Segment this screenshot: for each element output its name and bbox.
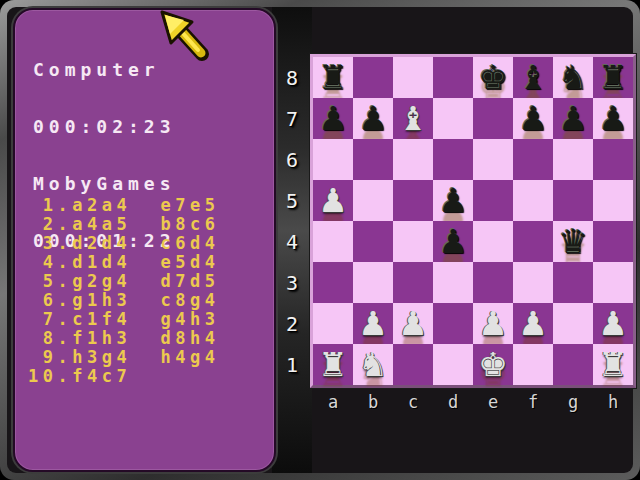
square-g4[interactable]: ♛ <box>553 221 593 262</box>
white-piece: ♟ <box>358 303 388 344</box>
square-a3[interactable] <box>313 262 353 303</box>
square-d5[interactable]: ♟ <box>433 180 473 221</box>
square-h4[interactable] <box>593 221 633 262</box>
white-piece: ♟ <box>478 303 508 344</box>
file-label-c: c <box>393 392 433 412</box>
square-g7[interactable]: ♟ <box>553 98 593 139</box>
square-e3[interactable] <box>473 262 513 303</box>
square-b7[interactable]: ♟ <box>353 98 393 139</box>
square-a2[interactable] <box>313 303 353 344</box>
move-row: 4.d1d4 e5d4 <box>28 253 220 272</box>
black-piece: ♟ <box>358 98 388 139</box>
rank-label-2: 2 <box>274 303 310 344</box>
square-f3[interactable] <box>513 262 553 303</box>
file-label-h: h <box>593 392 633 412</box>
square-c8[interactable] <box>393 57 433 98</box>
square-g8[interactable]: ♞ <box>553 57 593 98</box>
white-piece: ♝ <box>398 98 428 139</box>
square-f2[interactable]: ♟ <box>513 303 553 344</box>
square-e4[interactable] <box>473 221 513 262</box>
player-top-name: Computer <box>33 60 176 79</box>
square-b2[interactable]: ♟ <box>353 303 393 344</box>
player-top-clock: 000:02:23 <box>33 117 176 136</box>
square-c1[interactable] <box>393 344 433 385</box>
board-frame: ♜♚♝♞♜♟♟♝♟♟♟♟♟♟♛♟♟♟♟♟♜♞♚♜ <box>310 54 636 388</box>
square-b5[interactable] <box>353 180 393 221</box>
black-piece: ♟ <box>598 98 628 139</box>
square-a8[interactable]: ♜ <box>313 57 353 98</box>
square-e2[interactable]: ♟ <box>473 303 513 344</box>
square-a7[interactable]: ♟ <box>313 98 353 139</box>
square-b3[interactable] <box>353 262 393 303</box>
move-list: 1.a2a4 e7e5 2.a4a5 b8c6 3.d2d4 c6d4 4.d1… <box>28 196 220 386</box>
white-piece: ♟ <box>398 303 428 344</box>
move-row: 8.f1h3 d8h4 <box>28 329 220 348</box>
square-d1[interactable] <box>433 344 473 385</box>
square-b8[interactable] <box>353 57 393 98</box>
square-f8[interactable]: ♝ <box>513 57 553 98</box>
square-g6[interactable] <box>553 139 593 180</box>
square-b6[interactable] <box>353 139 393 180</box>
square-g3[interactable] <box>553 262 593 303</box>
square-f6[interactable] <box>513 139 553 180</box>
black-piece: ♜ <box>598 57 628 98</box>
square-e1[interactable]: ♚ <box>473 344 513 385</box>
square-e6[interactable] <box>473 139 513 180</box>
file-label-d: d <box>433 392 473 412</box>
rank-label-3: 3 <box>274 262 310 303</box>
move-row: 6.g1h3 c8g4 <box>28 291 220 310</box>
move-row: 10.f4c7 <box>28 367 220 386</box>
move-row: 5.g2g4 d7d5 <box>28 272 220 291</box>
file-label-g: g <box>553 392 593 412</box>
square-c7[interactable]: ♝ <box>393 98 433 139</box>
white-piece: ♜ <box>318 344 348 385</box>
square-h6[interactable] <box>593 139 633 180</box>
square-a6[interactable] <box>313 139 353 180</box>
square-d2[interactable] <box>433 303 473 344</box>
square-h3[interactable] <box>593 262 633 303</box>
square-h7[interactable]: ♟ <box>593 98 633 139</box>
square-f5[interactable] <box>513 180 553 221</box>
square-f4[interactable] <box>513 221 553 262</box>
white-piece: ♟ <box>598 303 628 344</box>
square-e7[interactable] <box>473 98 513 139</box>
black-piece: ♚ <box>478 57 508 98</box>
square-h1[interactable]: ♜ <box>593 344 633 385</box>
white-piece: ♞ <box>358 344 388 385</box>
move-row: 3.d2d4 c6d4 <box>28 234 220 253</box>
black-piece: ♟ <box>558 98 588 139</box>
square-a4[interactable] <box>313 221 353 262</box>
black-piece: ♟ <box>438 221 468 262</box>
square-e5[interactable] <box>473 180 513 221</box>
rank-label-5: 5 <box>274 180 310 221</box>
move-row: 7.c1f4 g4h3 <box>28 310 220 329</box>
square-a1[interactable]: ♜ <box>313 344 353 385</box>
player-bottom-name: MobyGames <box>33 174 176 193</box>
black-piece: ♟ <box>318 98 348 139</box>
black-piece: ♞ <box>558 57 588 98</box>
black-piece: ♛ <box>558 221 588 262</box>
rank-label-4: 4 <box>274 221 310 262</box>
rank-label-7: 7 <box>274 98 310 139</box>
square-f1[interactable] <box>513 344 553 385</box>
file-label-a: a <box>313 392 353 412</box>
white-piece: ♜ <box>598 344 628 385</box>
square-c2[interactable]: ♟ <box>393 303 433 344</box>
white-piece: ♚ <box>478 344 508 385</box>
square-d4[interactable]: ♟ <box>433 221 473 262</box>
file-label-f: f <box>513 392 553 412</box>
square-e8[interactable]: ♚ <box>473 57 513 98</box>
square-d7[interactable] <box>433 98 473 139</box>
info-panel: Computer 000:02:23 MobyGames 000:01:22 1… <box>13 8 276 472</box>
square-c3[interactable] <box>393 262 433 303</box>
square-c6[interactable] <box>393 139 433 180</box>
rank-label-6: 6 <box>274 139 310 180</box>
square-d6[interactable] <box>433 139 473 180</box>
square-b4[interactable] <box>353 221 393 262</box>
rank-labels: 87654321 <box>274 57 310 385</box>
square-h8[interactable]: ♜ <box>593 57 633 98</box>
rank-label-8: 8 <box>274 57 310 98</box>
white-piece: ♟ <box>318 180 348 221</box>
square-b1[interactable]: ♞ <box>353 344 393 385</box>
square-c5[interactable] <box>393 180 433 221</box>
file-label-b: b <box>353 392 393 412</box>
move-row: 2.a4a5 b8c6 <box>28 215 220 234</box>
square-g5[interactable] <box>553 180 593 221</box>
file-labels: abcdefgh <box>313 392 633 412</box>
black-piece: ♟ <box>438 180 468 221</box>
square-f7[interactable]: ♟ <box>513 98 553 139</box>
square-d8[interactable] <box>433 57 473 98</box>
square-a5[interactable]: ♟ <box>313 180 353 221</box>
file-label-e: e <box>473 392 513 412</box>
square-h2[interactable]: ♟ <box>593 303 633 344</box>
move-row: 9.h3g4 h4g4 <box>28 348 220 367</box>
square-h5[interactable] <box>593 180 633 221</box>
chess-board: ♜♚♝♞♜♟♟♝♟♟♟♟♟♟♛♟♟♟♟♟♜♞♚♜ <box>313 57 633 385</box>
black-piece: ♟ <box>518 98 548 139</box>
square-g1[interactable] <box>553 344 593 385</box>
white-piece: ♟ <box>518 303 548 344</box>
square-c4[interactable] <box>393 221 433 262</box>
square-d3[interactable] <box>433 262 473 303</box>
black-piece: ♝ <box>518 57 548 98</box>
square-g2[interactable] <box>553 303 593 344</box>
black-piece: ♜ <box>318 57 348 98</box>
move-row: 1.a2a4 e7e5 <box>28 196 220 215</box>
rank-label-1: 1 <box>274 344 310 385</box>
chess-app-screen: Computer 000:02:23 MobyGames 000:01:22 1… <box>0 0 640 480</box>
